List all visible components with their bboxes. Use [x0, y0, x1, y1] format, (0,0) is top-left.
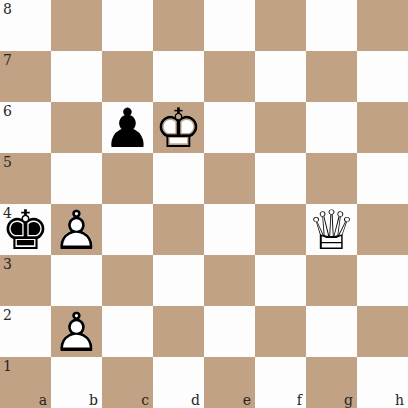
file-label-d: d [191, 393, 200, 407]
square-c5[interactable] [102, 153, 153, 204]
file-label-e: e [243, 393, 251, 407]
square-d1[interactable]: d [153, 357, 204, 408]
square-e6[interactable] [204, 102, 255, 153]
square-h2[interactable] [357, 306, 408, 357]
square-h1[interactable]: h [357, 357, 408, 408]
piece-glyph: ♚ [0, 205, 51, 256]
square-b8[interactable] [51, 0, 102, 51]
piece-outline-layer: ♙ [51, 307, 102, 358]
square-h4[interactable] [357, 204, 408, 255]
square-b1[interactable]: b [51, 357, 102, 408]
square-e3[interactable] [204, 255, 255, 306]
square-c7[interactable] [102, 51, 153, 102]
piece-outline-layer: ♙ [51, 205, 102, 256]
black-king[interactable]: ♚ [0, 204, 51, 255]
square-h8[interactable] [357, 0, 408, 51]
square-f4[interactable] [255, 204, 306, 255]
square-b5[interactable] [51, 153, 102, 204]
square-g3[interactable] [306, 255, 357, 306]
square-d3[interactable] [153, 255, 204, 306]
square-a7[interactable]: 7 [0, 51, 51, 102]
rank-label-7: 7 [3, 53, 12, 67]
square-f7[interactable] [255, 51, 306, 102]
square-g4[interactable]: ♛♕ [306, 204, 357, 255]
square-a5[interactable]: 5 [0, 153, 51, 204]
square-c6[interactable]: ♟ [102, 102, 153, 153]
file-label-g: g [344, 393, 353, 407]
square-g8[interactable] [306, 0, 357, 51]
file-label-f: f [297, 393, 302, 407]
square-g5[interactable] [306, 153, 357, 204]
file-label-a: a [39, 393, 47, 407]
square-a4[interactable]: 4♚ [0, 204, 51, 255]
square-d6[interactable]: ♚♔ [153, 102, 204, 153]
square-a1[interactable]: 1a [0, 357, 51, 408]
black-pawn[interactable]: ♟ [102, 102, 153, 153]
square-c2[interactable] [102, 306, 153, 357]
square-e1[interactable]: e [204, 357, 255, 408]
square-e2[interactable] [204, 306, 255, 357]
piece-outline-layer: ♔ [153, 103, 204, 154]
square-a2[interactable]: 2 [0, 306, 51, 357]
square-c3[interactable] [102, 255, 153, 306]
square-g1[interactable]: g [306, 357, 357, 408]
square-d8[interactable] [153, 0, 204, 51]
square-b3[interactable] [51, 255, 102, 306]
square-c1[interactable]: c [102, 357, 153, 408]
square-b7[interactable] [51, 51, 102, 102]
rank-label-5: 5 [3, 155, 12, 169]
square-h6[interactable] [357, 102, 408, 153]
chess-board: 876♟♚♔54♚♟♙♛♕32♟♙1abcdefgh [0, 0, 408, 408]
square-h3[interactable] [357, 255, 408, 306]
square-e8[interactable] [204, 0, 255, 51]
white-king[interactable]: ♚♔ [153, 102, 204, 153]
square-b4[interactable]: ♟♙ [51, 204, 102, 255]
square-e7[interactable] [204, 51, 255, 102]
square-f8[interactable] [255, 0, 306, 51]
square-a8[interactable]: 8 [0, 0, 51, 51]
square-g6[interactable] [306, 102, 357, 153]
square-d2[interactable] [153, 306, 204, 357]
white-pawn[interactable]: ♟♙ [51, 306, 102, 357]
square-c4[interactable] [102, 204, 153, 255]
square-f5[interactable] [255, 153, 306, 204]
rank-label-2: 2 [3, 308, 12, 322]
square-f2[interactable] [255, 306, 306, 357]
piece-glyph: ♟ [102, 103, 153, 154]
rank-label-1: 1 [3, 359, 12, 373]
file-label-c: c [141, 393, 149, 407]
square-g2[interactable] [306, 306, 357, 357]
square-c8[interactable] [102, 0, 153, 51]
rank-label-8: 8 [3, 2, 12, 16]
square-d5[interactable] [153, 153, 204, 204]
file-label-b: b [89, 393, 98, 407]
square-d4[interactable] [153, 204, 204, 255]
square-f1[interactable]: f [255, 357, 306, 408]
square-h5[interactable] [357, 153, 408, 204]
piece-outline-layer: ♕ [306, 205, 357, 256]
white-pawn[interactable]: ♟♙ [51, 204, 102, 255]
square-g7[interactable] [306, 51, 357, 102]
square-e5[interactable] [204, 153, 255, 204]
square-d7[interactable] [153, 51, 204, 102]
file-label-h: h [395, 393, 404, 407]
square-h7[interactable] [357, 51, 408, 102]
square-a6[interactable]: 6 [0, 102, 51, 153]
square-b6[interactable] [51, 102, 102, 153]
square-e4[interactable] [204, 204, 255, 255]
square-f3[interactable] [255, 255, 306, 306]
square-f6[interactable] [255, 102, 306, 153]
square-a3[interactable]: 3 [0, 255, 51, 306]
square-b2[interactable]: ♟♙ [51, 306, 102, 357]
white-queen[interactable]: ♛♕ [306, 204, 357, 255]
rank-label-6: 6 [3, 104, 12, 118]
